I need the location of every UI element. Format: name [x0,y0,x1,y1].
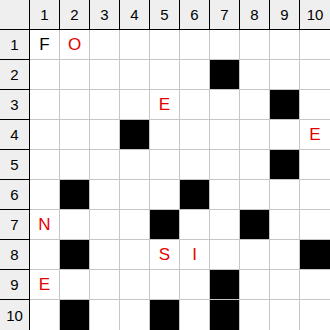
cell-r1-c4[interactable] [120,30,150,60]
cell-r8-c2 [60,240,90,270]
row-header-3: 3 [0,90,30,120]
cell-r10-c4[interactable] [120,300,150,330]
cell-r10-c3[interactable] [90,300,120,330]
cell-r5-c7[interactable] [210,150,240,180]
cell-r6-c4[interactable] [120,180,150,210]
cell-r10-c1[interactable] [30,300,60,330]
cell-r7-c8 [240,210,270,240]
cell-r9-c10[interactable] [300,270,330,300]
cell-r4-c4 [120,120,150,150]
cell-r1-c5[interactable] [150,30,180,60]
cell-r3-c4[interactable] [120,90,150,120]
row-header-4: 4 [0,120,30,150]
puzzle-board: 123456789101FO23E4E567N8SI9E10 [0,0,330,330]
cell-r5-c4[interactable] [120,150,150,180]
cell-r8-c1[interactable] [30,240,60,270]
cell-r2-c9[interactable] [270,60,300,90]
cell-r1-c8[interactable] [240,30,270,60]
cell-r10-c8[interactable] [240,300,270,330]
cell-r5-c5[interactable] [150,150,180,180]
cell-r3-c8[interactable] [240,90,270,120]
cell-r4-c8[interactable] [240,120,270,150]
cell-r1-c3[interactable] [90,30,120,60]
row-header-8: 8 [0,240,30,270]
cell-r2-c10[interactable] [300,60,330,90]
cell-r3-c5[interactable]: E [150,90,180,120]
cell-r6-c2 [60,180,90,210]
cell-r9-c3[interactable] [90,270,120,300]
cell-r9-c4[interactable] [120,270,150,300]
col-header-9: 9 [270,0,300,30]
cell-r7-c7[interactable] [210,210,240,240]
cell-r6-c5[interactable] [150,180,180,210]
col-header-1: 1 [30,0,60,30]
cell-r6-c3[interactable] [90,180,120,210]
cell-r5-c9 [270,150,300,180]
cell-r1-c6[interactable] [180,30,210,60]
cell-r9-c9[interactable] [270,270,300,300]
cell-r4-c6[interactable] [180,120,210,150]
cell-r8-c8[interactable] [240,240,270,270]
row-header-9: 9 [0,270,30,300]
cell-r9-c5[interactable] [150,270,180,300]
cell-r3-c3[interactable] [90,90,120,120]
col-header-2: 2 [60,0,90,30]
cell-r2-c1[interactable] [30,60,60,90]
cell-r4-c10[interactable]: E [300,120,330,150]
col-header-5: 5 [150,0,180,30]
row-header-6: 6 [0,180,30,210]
cell-r9-c7 [210,270,240,300]
cell-r3-c9 [270,90,300,120]
row-header-7: 7 [0,210,30,240]
cell-r3-c10[interactable] [300,90,330,120]
cell-r2-c3[interactable] [90,60,120,90]
cell-r4-c1[interactable] [30,120,60,150]
cell-r4-c7[interactable] [210,120,240,150]
cell-r10-c2 [60,300,90,330]
cell-r7-c2[interactable] [60,210,90,240]
cell-r1-c9[interactable] [270,30,300,60]
cell-r8-c7[interactable] [210,240,240,270]
col-header-3: 3 [90,0,120,30]
col-header-7: 7 [210,0,240,30]
cell-r4-c9[interactable] [270,120,300,150]
cell-r9-c8[interactable] [240,270,270,300]
cell-r5-c3[interactable] [90,150,120,180]
cell-r7-c1[interactable]: N [30,210,60,240]
cell-r7-c6[interactable] [180,210,210,240]
cell-r5-c8[interactable] [240,150,270,180]
cell-r1-c10[interactable] [300,30,330,60]
cell-r7-c10[interactable] [300,210,330,240]
cell-r3-c1[interactable] [30,90,60,120]
cell-r7-c3[interactable] [90,210,120,240]
cell-r6-c8[interactable] [240,180,270,210]
cell-r2-c6[interactable] [180,60,210,90]
cell-r4-c3[interactable] [90,120,120,150]
cell-r2-c4[interactable] [120,60,150,90]
cell-r5-c6[interactable] [180,150,210,180]
cell-r10-c5 [150,300,180,330]
row-header-1: 1 [0,30,30,60]
col-header-4: 4 [120,0,150,30]
cell-r6-c7[interactable] [210,180,240,210]
cell-r8-c10 [300,240,330,270]
cell-r8-c3[interactable] [90,240,120,270]
cell-r9-c1[interactable]: E [30,270,60,300]
cell-r10-c9[interactable] [270,300,300,330]
cell-r8-c4[interactable] [120,240,150,270]
cell-r5-c10[interactable] [300,150,330,180]
cell-r2-c8[interactable] [240,60,270,90]
cell-r1-c7[interactable] [210,30,240,60]
cell-r9-c2[interactable] [60,270,90,300]
cell-r10-c10[interactable] [300,300,330,330]
cell-r2-c5[interactable] [150,60,180,90]
cell-r6-c9[interactable] [270,180,300,210]
cell-r10-c6[interactable] [180,300,210,330]
cell-r1-c2[interactable]: O [60,30,90,60]
col-header-6: 6 [180,0,210,30]
col-header-10: 10 [300,0,330,30]
row-header-5: 5 [0,150,30,180]
cell-r2-c7 [210,60,240,90]
cell-r4-c5[interactable] [150,120,180,150]
cell-r7-c5 [150,210,180,240]
cell-r4-c2[interactable] [60,120,90,150]
cell-r3-c7[interactable] [210,90,240,120]
cell-r5-c2[interactable] [60,150,90,180]
cell-r3-c2[interactable] [60,90,90,120]
cell-r3-c6[interactable] [180,90,210,120]
cell-r2-c2[interactable] [60,60,90,90]
cell-r7-c4[interactable] [120,210,150,240]
cell-r8-c5[interactable]: S [150,240,180,270]
cell-r6-c1[interactable] [30,180,60,210]
cell-r8-c9[interactable] [270,240,300,270]
corner-cell [0,0,30,30]
cell-r9-c6[interactable] [180,270,210,300]
cell-r7-c9[interactable] [270,210,300,240]
cell-r6-c10[interactable] [300,180,330,210]
cell-r1-c1[interactable]: F [30,30,60,60]
cell-r8-c6[interactable]: I [180,240,210,270]
cell-r5-c1[interactable] [30,150,60,180]
cell-r6-c6 [180,180,210,210]
cell-r10-c7 [210,300,240,330]
col-header-8: 8 [240,0,270,30]
row-header-10: 10 [0,300,30,330]
row-header-2: 2 [0,60,30,90]
